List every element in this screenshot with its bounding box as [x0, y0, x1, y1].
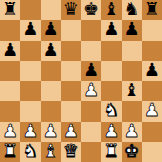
square-c7[interactable]: ♟	[41, 20, 61, 40]
square-a8[interactable]: ♜	[0, 0, 20, 20]
white-knight: ♞	[22, 142, 38, 160]
square-c6[interactable]: ♟	[41, 41, 61, 61]
white-pawn: ♟	[63, 122, 79, 140]
black-rook: ♜	[144, 0, 160, 18]
square-f2[interactable]: ♟	[101, 122, 121, 142]
white-pawn: ♟	[124, 122, 140, 140]
square-c8[interactable]	[41, 0, 61, 20]
square-h8[interactable]: ♜	[142, 0, 162, 20]
square-h2[interactable]	[142, 122, 162, 142]
square-h3[interactable]: ♟	[142, 101, 162, 121]
square-e5[interactable]: ♟	[81, 61, 101, 81]
square-g3[interactable]	[122, 101, 142, 121]
square-g5[interactable]	[122, 61, 142, 81]
square-f3[interactable]: ♞	[101, 101, 121, 121]
white-pawn: ♟	[144, 101, 160, 119]
white-pawn: ♟	[43, 122, 59, 140]
square-e3[interactable]	[81, 101, 101, 121]
black-pawn: ♟	[2, 41, 18, 59]
white-rook: ♜	[2, 142, 18, 160]
square-d3[interactable]	[61, 101, 81, 121]
white-bishop: ♝	[43, 142, 59, 160]
black-pawn: ♟	[43, 20, 59, 38]
chess-board: ♜♛♚♝♞♜♟♟♟♟♟♟♟♟♟♝♞♟♟♟♟♟♟♟♜♞♝♛♜♚	[0, 0, 162, 162]
white-king: ♚	[124, 142, 140, 160]
square-a5[interactable]	[0, 61, 20, 81]
square-c3[interactable]	[41, 101, 61, 121]
square-g2[interactable]: ♟	[122, 122, 142, 142]
square-d5[interactable]	[61, 61, 81, 81]
black-pawn: ♟	[103, 20, 119, 38]
square-c1[interactable]: ♝	[41, 142, 61, 162]
square-a3[interactable]	[0, 101, 20, 121]
square-g7[interactable]: ♟	[122, 20, 142, 40]
square-b4[interactable]	[20, 81, 40, 101]
black-pawn: ♟	[43, 41, 59, 59]
square-f8[interactable]: ♝	[101, 0, 121, 20]
square-d1[interactable]: ♛	[61, 142, 81, 162]
square-e7[interactable]	[81, 20, 101, 40]
black-knight: ♞	[124, 0, 140, 18]
black-pawn: ♟	[83, 61, 99, 79]
square-d8[interactable]: ♛	[61, 0, 81, 20]
square-e6[interactable]	[81, 41, 101, 61]
square-h1[interactable]	[142, 142, 162, 162]
white-queen: ♛	[63, 142, 79, 160]
square-f7[interactable]: ♟	[101, 20, 121, 40]
square-h6[interactable]	[142, 41, 162, 61]
square-c4[interactable]	[41, 81, 61, 101]
square-a4[interactable]	[0, 81, 20, 101]
white-pawn: ♟	[22, 122, 38, 140]
square-a2[interactable]: ♟	[0, 122, 20, 142]
square-d7[interactable]	[61, 20, 81, 40]
square-e2[interactable]	[81, 122, 101, 142]
square-b6[interactable]	[20, 41, 40, 61]
square-b3[interactable]	[20, 101, 40, 121]
square-g8[interactable]: ♞	[122, 0, 142, 20]
white-knight: ♞	[103, 101, 119, 119]
square-a1[interactable]: ♜	[0, 142, 20, 162]
black-pawn: ♟	[124, 20, 140, 38]
black-pawn: ♟	[22, 20, 38, 38]
square-c5[interactable]	[41, 61, 61, 81]
white-pawn: ♟	[2, 122, 18, 140]
square-g1[interactable]: ♚	[122, 142, 142, 162]
square-b7[interactable]: ♟	[20, 20, 40, 40]
square-b5[interactable]	[20, 61, 40, 81]
square-f5[interactable]	[101, 61, 121, 81]
black-queen: ♛	[63, 0, 79, 18]
square-b8[interactable]	[20, 0, 40, 20]
black-bishop: ♝	[103, 0, 119, 18]
square-c2[interactable]: ♟	[41, 122, 61, 142]
square-e4[interactable]: ♟	[81, 81, 101, 101]
black-pawn: ♟	[144, 61, 160, 79]
black-bishop: ♝	[124, 81, 140, 99]
square-a7[interactable]	[0, 20, 20, 40]
square-d4[interactable]	[61, 81, 81, 101]
square-f6[interactable]	[101, 41, 121, 61]
white-rook: ♜	[103, 142, 119, 160]
square-b2[interactable]: ♟	[20, 122, 40, 142]
square-b1[interactable]: ♞	[20, 142, 40, 162]
square-d2[interactable]: ♟	[61, 122, 81, 142]
square-g4[interactable]: ♝	[122, 81, 142, 101]
square-d6[interactable]	[61, 41, 81, 61]
white-pawn: ♟	[103, 122, 119, 140]
white-pawn: ♟	[83, 81, 99, 99]
square-f1[interactable]: ♜	[101, 142, 121, 162]
square-h4[interactable]	[142, 81, 162, 101]
square-e1[interactable]	[81, 142, 101, 162]
square-h7[interactable]	[142, 20, 162, 40]
black-rook: ♜	[2, 0, 18, 18]
square-e8[interactable]: ♚	[81, 0, 101, 20]
square-h5[interactable]: ♟	[142, 61, 162, 81]
black-king: ♚	[83, 0, 99, 18]
square-f4[interactable]	[101, 81, 121, 101]
square-a6[interactable]: ♟	[0, 41, 20, 61]
square-g6[interactable]	[122, 41, 142, 61]
